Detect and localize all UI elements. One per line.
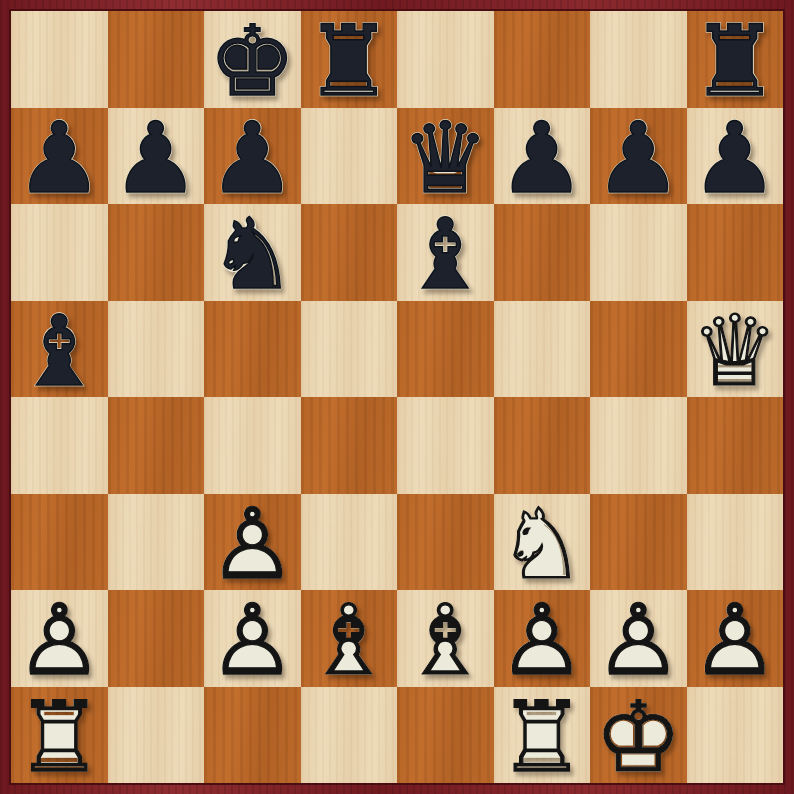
piece-glyph-outline: ♖ [494,689,591,786]
chess-board: ♔♚♖♜♖♜♙♟♙♟♙♟♕♛♙♟♙♟♙♟♘♞♗♝♗♝♛♕♟♙♞♘♟♙♟♙♝♗♝♗… [11,11,783,783]
square-f4[interactable] [494,397,591,494]
square-f1[interactable]: ♜♖ [494,687,591,784]
black-pawn[interactable]: ♙♟ [687,110,784,207]
piece-glyph-outline: ♟ [11,110,108,207]
square-f8[interactable] [494,11,591,108]
white-pawn[interactable]: ♟♙ [11,592,108,689]
square-e2[interactable]: ♝♗ [397,590,494,687]
square-f2[interactable]: ♟♙ [494,590,591,687]
white-pawn[interactable]: ♟♙ [204,592,301,689]
board-frame: ♔♚♖♜♖♜♙♟♙♟♙♟♕♛♙♟♙♟♙♟♘♞♗♝♗♝♛♕♟♙♞♘♟♙♟♙♝♗♝♗… [0,0,794,794]
white-pawn[interactable]: ♟♙ [590,592,687,689]
piece-glyph-outline: ♟ [494,110,591,207]
square-h5[interactable]: ♛♕ [687,301,784,398]
black-queen[interactable]: ♕♛ [397,110,494,207]
square-d4[interactable] [301,397,398,494]
square-b5[interactable] [108,301,205,398]
square-g8[interactable] [590,11,687,108]
square-b8[interactable] [108,11,205,108]
piece-glyph-outline: ♜ [687,13,784,110]
black-pawn[interactable]: ♙♟ [590,110,687,207]
white-queen[interactable]: ♛♕ [687,303,784,400]
piece-glyph-outline: ♙ [494,592,591,689]
square-b2[interactable] [108,590,205,687]
white-pawn[interactable]: ♟♙ [204,496,301,593]
piece-glyph-outline: ♜ [301,13,398,110]
square-b4[interactable] [108,397,205,494]
piece-glyph-outline: ♞ [204,206,301,303]
piece-glyph-outline: ♗ [301,592,398,689]
square-a6[interactable] [11,204,108,301]
square-f5[interactable] [494,301,591,398]
square-a8[interactable] [11,11,108,108]
piece-glyph-outline: ♖ [11,689,108,786]
square-e7[interactable]: ♕♛ [397,108,494,205]
piece-glyph-outline: ♙ [687,592,784,689]
white-bishop[interactable]: ♝♗ [397,592,494,689]
white-king[interactable]: ♚♔ [590,689,687,786]
square-h7[interactable]: ♙♟ [687,108,784,205]
square-c7[interactable]: ♙♟ [204,108,301,205]
square-c2[interactable]: ♟♙ [204,590,301,687]
white-rook[interactable]: ♜♖ [494,689,591,786]
square-d6[interactable] [301,204,398,301]
square-d8[interactable]: ♖♜ [301,11,398,108]
square-e1[interactable] [397,687,494,784]
black-pawn[interactable]: ♙♟ [204,110,301,207]
square-g7[interactable]: ♙♟ [590,108,687,205]
black-pawn[interactable]: ♙♟ [494,110,591,207]
piece-glyph-outline: ♙ [204,496,301,593]
square-f3[interactable]: ♞♘ [494,494,591,591]
square-a4[interactable] [11,397,108,494]
piece-glyph-outline: ♙ [590,592,687,689]
square-g2[interactable]: ♟♙ [590,590,687,687]
piece-glyph-outline: ♙ [11,592,108,689]
square-c8[interactable]: ♔♚ [204,11,301,108]
square-e3[interactable] [397,494,494,591]
square-a1[interactable]: ♜♖ [11,687,108,784]
black-knight[interactable]: ♘♞ [204,206,301,303]
square-d5[interactable] [301,301,398,398]
square-b3[interactable] [108,494,205,591]
square-c5[interactable] [204,301,301,398]
square-h8[interactable]: ♖♜ [687,11,784,108]
black-bishop[interactable]: ♗♝ [397,206,494,303]
white-knight[interactable]: ♞♘ [494,496,591,593]
square-c6[interactable]: ♘♞ [204,204,301,301]
square-b1[interactable] [108,687,205,784]
black-pawn[interactable]: ♙♟ [11,110,108,207]
black-rook[interactable]: ♖♜ [301,13,398,110]
piece-glyph-outline: ♝ [397,206,494,303]
square-g5[interactable] [590,301,687,398]
black-king[interactable]: ♔♚ [204,13,301,110]
square-c4[interactable] [204,397,301,494]
piece-glyph-outline: ♟ [687,110,784,207]
black-rook[interactable]: ♖♜ [687,13,784,110]
square-d7[interactable] [301,108,398,205]
piece-glyph-outline: ♘ [494,496,591,593]
square-d1[interactable] [301,687,398,784]
square-e8[interactable] [397,11,494,108]
square-e6[interactable]: ♗♝ [397,204,494,301]
piece-glyph-outline: ♟ [108,110,205,207]
square-h2[interactable]: ♟♙ [687,590,784,687]
square-f7[interactable]: ♙♟ [494,108,591,205]
square-c3[interactable]: ♟♙ [204,494,301,591]
square-g1[interactable]: ♚♔ [590,687,687,784]
square-g3[interactable] [590,494,687,591]
white-bishop[interactable]: ♝♗ [301,592,398,689]
square-h3[interactable] [687,494,784,591]
piece-glyph-outline: ♕ [687,303,784,400]
square-g6[interactable] [590,204,687,301]
piece-glyph-outline: ♝ [11,303,108,400]
square-d3[interactable] [301,494,398,591]
square-a3[interactable] [11,494,108,591]
square-c1[interactable] [204,687,301,784]
piece-glyph-outline: ♟ [204,110,301,207]
square-h4[interactable] [687,397,784,494]
square-a5[interactable]: ♗♝ [11,301,108,398]
piece-glyph-outline: ♚ [204,13,301,110]
square-h1[interactable] [687,687,784,784]
piece-glyph-outline: ♟ [590,110,687,207]
square-e4[interactable] [397,397,494,494]
piece-glyph-outline: ♙ [204,592,301,689]
square-b7[interactable]: ♙♟ [108,108,205,205]
white-pawn[interactable]: ♟♙ [687,592,784,689]
square-b6[interactable] [108,204,205,301]
square-d2[interactable]: ♝♗ [301,590,398,687]
black-pawn[interactable]: ♙♟ [108,110,205,207]
black-bishop[interactable]: ♗♝ [11,303,108,400]
square-a7[interactable]: ♙♟ [11,108,108,205]
square-g4[interactable] [590,397,687,494]
piece-glyph-outline: ♔ [590,689,687,786]
white-pawn[interactable]: ♟♙ [494,592,591,689]
square-f6[interactable] [494,204,591,301]
square-e5[interactable] [397,301,494,398]
square-h6[interactable] [687,204,784,301]
square-a2[interactable]: ♟♙ [11,590,108,687]
white-rook[interactable]: ♜♖ [11,689,108,786]
piece-glyph-outline: ♛ [397,110,494,207]
piece-glyph-outline: ♗ [397,592,494,689]
